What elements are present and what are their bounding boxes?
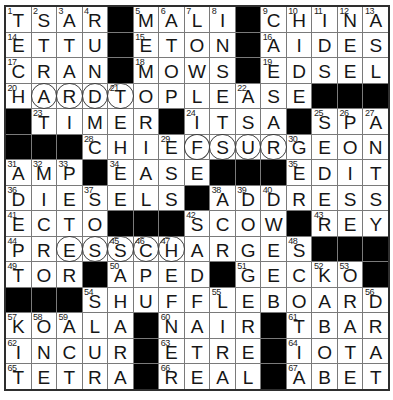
cell-r4c4[interactable]: D xyxy=(83,84,108,109)
cell-r1c6[interactable]: 5M xyxy=(134,7,159,32)
cell-letter: A xyxy=(363,342,388,364)
black-cell-r12c3 xyxy=(57,288,82,313)
cell-r4c6[interactable]: O xyxy=(134,84,159,109)
cell-letter: O xyxy=(159,61,184,83)
cell-r5c13[interactable]: 25S xyxy=(312,109,337,134)
cell-r4c7[interactable]: P xyxy=(159,84,184,109)
cell-r11c14[interactable]: 53O xyxy=(338,262,363,287)
cell-letter: U xyxy=(83,342,108,364)
cell-letter: F xyxy=(159,291,184,313)
cell-letter: U xyxy=(83,36,108,58)
cell-letter: S xyxy=(236,112,261,134)
cell-r9c9[interactable]: C xyxy=(210,211,235,236)
cell-r8c2[interactable]: I xyxy=(32,186,57,211)
cell-letter: D xyxy=(185,265,210,287)
cell-r14c14[interactable]: T xyxy=(338,339,363,364)
cell-r10c11[interactable]: E xyxy=(261,237,286,262)
cell-letter: R xyxy=(57,265,82,287)
clue-number: 45 xyxy=(110,237,119,246)
clue-number: 7 xyxy=(186,7,191,16)
cell-r4c5[interactable]: 21T xyxy=(108,84,133,109)
cell-r1c2[interactable]: 2S xyxy=(32,7,57,32)
cell-letter: R xyxy=(83,367,108,389)
cell-r4c1[interactable]: 20H xyxy=(6,84,31,109)
cell-letter: E xyxy=(236,342,261,364)
cell-letter: E xyxy=(236,291,261,313)
clue-number: 31 xyxy=(8,160,17,169)
cell-letter: P xyxy=(134,265,159,287)
cell-r11c5[interactable]: 50A xyxy=(108,262,133,287)
cell-r11c10[interactable]: 51G xyxy=(236,262,261,287)
cell-letter: I xyxy=(134,138,159,160)
cell-letter: E xyxy=(185,163,210,185)
cell-letter: E xyxy=(108,112,133,134)
cell-r12c10[interactable]: E xyxy=(236,288,261,313)
cell-letter: A xyxy=(185,316,210,338)
cell-r14c8[interactable]: T xyxy=(185,339,210,364)
cell-letter: A xyxy=(210,367,235,389)
cell-r13c15[interactable]: R xyxy=(363,313,388,338)
cell-r11c12[interactable]: C xyxy=(287,262,312,287)
cell-r12c4[interactable]: 54S xyxy=(83,288,108,313)
cell-r15c3[interactable]: T xyxy=(57,364,82,389)
clue-number: 29 xyxy=(161,135,170,144)
cell-letter: U xyxy=(134,291,159,313)
black-cell-r7c9 xyxy=(210,160,235,185)
clue-number: 43 xyxy=(314,211,323,220)
cell-r10c5[interactable]: 45S xyxy=(108,237,133,262)
cell-letter: S xyxy=(261,87,286,109)
cell-r15c15[interactable]: T xyxy=(363,364,388,389)
cell-r7c8[interactable]: E xyxy=(185,160,210,185)
clue-number: 59 xyxy=(59,313,68,322)
cell-r9c13[interactable]: 43R xyxy=(312,211,337,236)
cell-r8c12[interactable]: R xyxy=(287,186,312,211)
cell-r11c11[interactable]: E xyxy=(261,262,286,287)
cell-letter: N xyxy=(210,36,235,58)
cell-letter: E xyxy=(185,367,210,389)
black-cell-r14c6 xyxy=(134,339,159,364)
clue-number: 47 xyxy=(161,237,170,246)
cell-letter: R xyxy=(261,138,286,160)
cell-r7c2[interactable]: 32M xyxy=(32,160,57,185)
cell-r6c14[interactable]: O xyxy=(338,135,363,160)
clue-number: 67 xyxy=(288,364,297,373)
clue-number: 12 xyxy=(339,7,348,16)
clue-number: 37 xyxy=(84,186,93,195)
cell-r12c15[interactable]: 56D xyxy=(363,288,388,313)
cell-r12c13[interactable]: A xyxy=(312,288,337,313)
cell-r3c13[interactable]: S xyxy=(312,58,337,83)
cell-r11c8[interactable]: D xyxy=(185,262,210,287)
cell-r1c7[interactable]: 6A xyxy=(159,7,184,32)
cell-r9c3[interactable]: T xyxy=(57,211,82,236)
crossword-grid: 1T2S3A4R5M6A7L8I9C10H11I12N13A14ETTU15ET… xyxy=(4,5,390,391)
cell-r8c1[interactable]: 36D xyxy=(6,186,31,211)
black-cell-r4c13 xyxy=(312,84,337,109)
cell-r5c15[interactable]: 27A xyxy=(363,109,388,134)
cell-letter: S xyxy=(159,163,184,185)
cell-r7c5[interactable]: 34E xyxy=(108,160,133,185)
clue-number: 9 xyxy=(263,7,268,16)
clue-number: 51 xyxy=(237,262,246,271)
cell-letter: T xyxy=(338,342,363,364)
cell-r10c4[interactable]: S xyxy=(83,237,108,262)
cell-r2c13[interactable]: D xyxy=(312,33,337,58)
clue-number: 36 xyxy=(8,186,17,195)
cell-r1c3[interactable]: 3A xyxy=(57,7,82,32)
cell-r7c13[interactable]: D xyxy=(312,160,337,185)
cell-r10c7[interactable]: 47H xyxy=(159,237,184,262)
cell-r13c13[interactable]: B xyxy=(312,313,337,338)
clue-number: 23 xyxy=(33,109,42,118)
cell-r3c2[interactable]: R xyxy=(32,58,57,83)
cell-r14c9[interactable]: R xyxy=(210,339,235,364)
cell-r14c10[interactable]: E xyxy=(236,339,261,364)
cell-r9c14[interactable]: E xyxy=(338,211,363,236)
cell-r8c14[interactable]: S xyxy=(338,186,363,211)
cell-letter: C xyxy=(210,214,235,236)
cell-r7c12[interactable]: 35E xyxy=(287,160,312,185)
cell-letter: E xyxy=(338,61,363,83)
black-cell-r13c11 xyxy=(261,313,286,338)
cell-r14c7[interactable]: 63E xyxy=(159,339,184,364)
cell-r4c11[interactable]: S xyxy=(261,84,286,109)
cell-r14c5[interactable]: R xyxy=(108,339,133,364)
cell-r4c8[interactable]: L xyxy=(185,84,210,109)
cell-r1c13[interactable]: 11I xyxy=(312,7,337,32)
cell-letter: E xyxy=(287,87,312,109)
cell-r7c3[interactable]: 33P xyxy=(57,160,82,185)
cell-r15c2[interactable]: E xyxy=(32,364,57,389)
cell-letter: O xyxy=(236,214,261,236)
cell-r15c9[interactable]: A xyxy=(210,364,235,389)
cell-r12c12[interactable]: O xyxy=(287,288,312,313)
cell-r13c8[interactable]: A xyxy=(185,313,210,338)
cell-letter: I xyxy=(57,112,82,134)
cell-r13c4[interactable]: L xyxy=(83,313,108,338)
clue-number: 58 xyxy=(33,313,42,322)
cell-letter: R xyxy=(287,189,312,211)
cell-letter: O xyxy=(32,265,57,287)
black-cell-r1c5 xyxy=(108,7,133,32)
cell-r10c8[interactable]: A xyxy=(185,237,210,262)
cell-letter: Y xyxy=(363,214,388,236)
cell-r10c2[interactable]: R xyxy=(32,237,57,262)
cell-letter: O xyxy=(287,291,312,313)
cell-letter: T xyxy=(57,214,82,236)
clue-number: 53 xyxy=(339,262,348,271)
cell-letter: L xyxy=(363,61,388,83)
cell-letter: F xyxy=(185,138,210,160)
clue-number: 16 xyxy=(263,33,272,42)
cell-letter: N xyxy=(83,61,108,83)
cell-r9c10[interactable]: O xyxy=(236,211,261,236)
cell-r3c6[interactable]: 18M xyxy=(134,58,159,83)
cell-letter: E xyxy=(312,138,337,160)
cell-letter: S xyxy=(210,61,235,83)
cell-letter: R xyxy=(210,240,235,262)
cell-letter: R xyxy=(32,61,57,83)
cell-letter: M xyxy=(83,112,108,134)
cell-r8c9[interactable]: 38A xyxy=(210,186,235,211)
cell-r2c7[interactable]: T xyxy=(159,33,184,58)
cell-letter: O xyxy=(134,87,159,109)
clue-number: 34 xyxy=(110,160,119,169)
black-cell-r10c14 xyxy=(338,237,363,262)
cell-r5c4[interactable]: M xyxy=(83,109,108,134)
cell-r8c3[interactable]: E xyxy=(57,186,82,211)
cell-r12c8[interactable]: F xyxy=(185,288,210,313)
cell-r13c7[interactable]: 60N xyxy=(159,313,184,338)
cell-r1c1[interactable]: 1T xyxy=(6,7,31,32)
cell-r5c9[interactable]: T xyxy=(210,109,235,134)
cell-r12c7[interactable]: F xyxy=(159,288,184,313)
cell-r8c4[interactable]: 37S xyxy=(83,186,108,211)
cell-r6c5[interactable]: H xyxy=(108,135,133,160)
cell-r4c3[interactable]: R xyxy=(57,84,82,109)
black-cell-r6c1 xyxy=(6,135,31,160)
cell-letter: A xyxy=(134,163,159,185)
cell-r5c10[interactable]: S xyxy=(236,109,261,134)
cell-r3c14[interactable]: E xyxy=(338,58,363,83)
cell-r12c14[interactable]: R xyxy=(338,288,363,313)
cell-r15c4[interactable]: R xyxy=(83,364,108,389)
cell-r3c15[interactable]: L xyxy=(363,58,388,83)
cell-r10c6[interactable]: 46C xyxy=(134,237,159,262)
cell-r13c3[interactable]: 59A xyxy=(57,313,82,338)
cell-r11c1[interactable]: 49T xyxy=(6,262,31,287)
cell-r15c10[interactable]: L xyxy=(236,364,261,389)
black-cell-r12c1 xyxy=(6,288,31,313)
cell-r6c12[interactable]: 30G xyxy=(287,135,312,160)
clue-number: 15 xyxy=(135,33,144,42)
cell-letter: U xyxy=(236,138,261,160)
black-cell-r3c10 xyxy=(236,58,261,83)
cell-r6c15[interactable]: N xyxy=(363,135,388,160)
cell-r11c3[interactable]: R xyxy=(57,262,82,287)
cell-r2c8[interactable]: O xyxy=(185,33,210,58)
cell-r2c12[interactable]: I xyxy=(287,33,312,58)
cell-r9c8[interactable]: 42S xyxy=(185,211,210,236)
cell-r8c13[interactable]: E xyxy=(312,186,337,211)
cell-r15c1[interactable]: 65T xyxy=(6,364,31,389)
cell-letter: W xyxy=(185,61,210,83)
cell-r3c1[interactable]: 17C xyxy=(6,58,31,83)
clue-number: 30 xyxy=(288,135,297,144)
cell-r5c8[interactable]: 24I xyxy=(185,109,210,134)
cell-r6c13[interactable]: E xyxy=(312,135,337,160)
cell-r7c14[interactable]: I xyxy=(338,160,363,185)
cell-r15c13[interactable]: B xyxy=(312,364,337,389)
cell-r1c15[interactable]: 13A xyxy=(363,7,388,32)
cell-r15c7[interactable]: 66R xyxy=(159,364,184,389)
clue-number: 26 xyxy=(339,109,348,118)
cell-letter: H xyxy=(108,291,133,313)
cell-r14c12[interactable]: 64I xyxy=(287,339,312,364)
cell-r15c12[interactable]: 67A xyxy=(287,364,312,389)
cell-r6c10[interactable]: U xyxy=(236,135,261,160)
cell-letter: D xyxy=(287,61,312,83)
cell-r7c7[interactable]: S xyxy=(159,160,184,185)
clue-number: 66 xyxy=(161,364,170,373)
cell-letter: T xyxy=(363,367,388,389)
cell-letter: O xyxy=(185,36,210,58)
cell-r11c13[interactable]: 52K xyxy=(312,262,337,287)
cell-letter: O xyxy=(83,214,108,236)
cell-letter: R xyxy=(210,342,235,364)
cell-r1c12[interactable]: 10H xyxy=(287,7,312,32)
cell-r13c12[interactable]: 61T xyxy=(287,313,312,338)
cell-letter: T xyxy=(185,342,210,364)
cell-r1c11[interactable]: 9C xyxy=(261,7,286,32)
cell-r2c15[interactable]: S xyxy=(363,33,388,58)
cell-r14c2[interactable]: N xyxy=(32,339,57,364)
cell-letter: A xyxy=(185,240,210,262)
cell-r2c4[interactable]: U xyxy=(83,33,108,58)
cell-r8c15[interactable]: S xyxy=(363,186,388,211)
cell-r12c9[interactable]: 55L xyxy=(210,288,235,313)
cell-r2c2[interactable]: T xyxy=(32,33,57,58)
black-cell-r10c15 xyxy=(363,237,388,262)
cell-r2c1[interactable]: 14E xyxy=(6,33,31,58)
cell-r9c2[interactable]: C xyxy=(32,211,57,236)
cell-letter: B xyxy=(261,291,286,313)
cell-r14c4[interactable]: U xyxy=(83,339,108,364)
cell-r2c9[interactable]: N xyxy=(210,33,235,58)
cell-r10c3[interactable]: E xyxy=(57,237,82,262)
cell-r11c6[interactable]: P xyxy=(134,262,159,287)
cell-r1c9[interactable]: 8I xyxy=(210,7,235,32)
clue-number: 65 xyxy=(8,364,17,373)
cell-r1c14[interactable]: 12N xyxy=(338,7,363,32)
cell-r11c7[interactable]: E xyxy=(159,262,184,287)
cell-r3c11[interactable]: 19E xyxy=(261,58,286,83)
black-cell-r4c14 xyxy=(338,84,363,109)
cell-r3c4[interactable]: N xyxy=(83,58,108,83)
cell-r7c6[interactable]: A xyxy=(134,160,159,185)
cell-letter: F xyxy=(185,291,210,313)
cell-letter: D xyxy=(312,163,337,185)
cell-r9c4[interactable]: O xyxy=(83,211,108,236)
cell-r8c11[interactable]: 40D xyxy=(261,186,286,211)
cell-r8c10[interactable]: 39D xyxy=(236,186,261,211)
cell-r3c9[interactable]: S xyxy=(210,58,235,83)
cell-r8c6[interactable]: L xyxy=(134,186,159,211)
cell-r10c9[interactable]: R xyxy=(210,237,235,262)
cell-r14c13[interactable]: O xyxy=(312,339,337,364)
cell-r8c7[interactable]: S xyxy=(159,186,184,211)
cell-r6c4[interactable]: 28C xyxy=(83,135,108,160)
cell-r4c9[interactable]: E xyxy=(210,84,235,109)
cell-r13c2[interactable]: 58O xyxy=(32,313,57,338)
clue-number: 46 xyxy=(135,237,144,246)
cell-r14c15[interactable]: A xyxy=(363,339,388,364)
clue-number: 60 xyxy=(161,313,170,322)
cell-r4c2[interactable]: A xyxy=(32,84,57,109)
cell-r9c1[interactable]: 41E xyxy=(6,211,31,236)
cell-letter: W xyxy=(261,214,286,236)
cell-r2c14[interactable]: E xyxy=(338,33,363,58)
cell-r6c8[interactable]: F xyxy=(185,135,210,160)
cell-r13c14[interactable]: A xyxy=(338,313,363,338)
cell-r6c6[interactable]: I xyxy=(134,135,159,160)
cell-r5c5[interactable]: E xyxy=(108,109,133,134)
cell-letter: C xyxy=(32,214,57,236)
cell-r15c8[interactable]: E xyxy=(185,364,210,389)
cell-r15c5[interactable]: A xyxy=(108,364,133,389)
cell-r7c15[interactable]: T xyxy=(363,160,388,185)
cell-r12c6[interactable]: U xyxy=(134,288,159,313)
black-cell-r9c7 xyxy=(159,211,184,236)
cell-r13c5[interactable]: A xyxy=(108,313,133,338)
cell-r15c14[interactable]: E xyxy=(338,364,363,389)
cell-letter: N xyxy=(363,138,388,160)
cell-r7c1[interactable]: 31A xyxy=(6,160,31,185)
cell-r6c9[interactable]: S xyxy=(210,135,235,160)
cell-r1c4[interactable]: 4R xyxy=(83,7,108,32)
cell-r13c1[interactable]: 57K xyxy=(6,313,31,338)
cell-r6c11[interactable]: R xyxy=(261,135,286,160)
cell-r8c5[interactable]: E xyxy=(108,186,133,211)
cell-r2c3[interactable]: T xyxy=(57,33,82,58)
clue-number: 20 xyxy=(8,84,17,93)
cell-letter: D xyxy=(83,87,108,109)
cell-r9c15[interactable]: Y xyxy=(363,211,388,236)
cell-r5c2[interactable]: 23T xyxy=(32,109,57,134)
cell-letter: I xyxy=(287,36,312,58)
cell-r10c12[interactable]: 48S xyxy=(287,237,312,262)
cell-r4c12[interactable]: E xyxy=(287,84,312,109)
cell-r3c7[interactable]: O xyxy=(159,58,184,83)
cell-r11c2[interactable]: O xyxy=(32,262,57,287)
cell-r10c10[interactable]: G xyxy=(236,237,261,262)
clue-number: 57 xyxy=(8,313,17,322)
cell-letter: E xyxy=(159,265,184,287)
cell-r13c10[interactable]: R xyxy=(236,313,261,338)
cell-letter: O xyxy=(338,138,363,160)
cell-r10c1[interactable]: 44P xyxy=(6,237,31,262)
cell-r4c10[interactable]: 22A xyxy=(236,84,261,109)
cell-r3c8[interactable]: W xyxy=(185,58,210,83)
cell-letter: I xyxy=(210,316,235,338)
cell-r14c3[interactable]: C xyxy=(57,339,82,364)
clue-number: 39 xyxy=(237,186,246,195)
cell-r5c3[interactable]: I xyxy=(57,109,82,134)
cell-r13c9[interactable]: I xyxy=(210,313,235,338)
black-cell-r11c9 xyxy=(210,262,235,287)
cell-r2c6[interactable]: 15E xyxy=(134,33,159,58)
clue-number: 56 xyxy=(365,288,374,297)
cell-r12c5[interactable]: H xyxy=(108,288,133,313)
cell-r3c12[interactable]: D xyxy=(287,58,312,83)
cell-r5c6[interactable]: R xyxy=(134,109,159,134)
cell-letter: B xyxy=(312,367,337,389)
cell-r2c11[interactable]: 16A xyxy=(261,33,286,58)
cell-letter: T xyxy=(57,367,82,389)
cell-r6c7[interactable]: 29E xyxy=(159,135,184,160)
cell-r14c1[interactable]: 62I xyxy=(6,339,31,364)
cell-r1c8[interactable]: 7L xyxy=(185,7,210,32)
cell-r3c3[interactable]: A xyxy=(57,58,82,83)
cell-r9c11[interactable]: W xyxy=(261,211,286,236)
clue-number: 2 xyxy=(33,7,38,16)
cell-letter: L xyxy=(185,87,210,109)
cell-r5c14[interactable]: 26P xyxy=(338,109,363,134)
cell-r12c11[interactable]: B xyxy=(261,288,286,313)
clue-number: 48 xyxy=(288,237,297,246)
cell-r5c11[interactable]: A xyxy=(261,109,286,134)
